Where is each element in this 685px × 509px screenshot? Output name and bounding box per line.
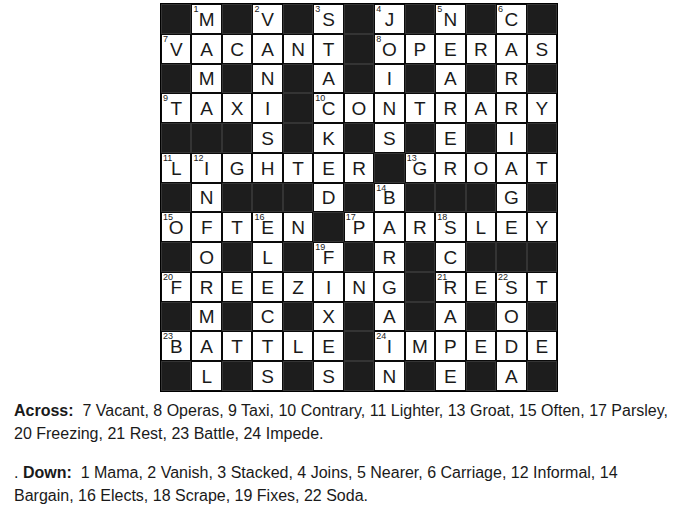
black-cell [405, 4, 435, 34]
black-cell [161, 64, 191, 94]
clue-number: 13 [407, 153, 417, 164]
letter-cell[interactable]: N [252, 64, 282, 94]
letter-cell[interactable]: C [435, 242, 465, 272]
black-cell [222, 64, 252, 94]
letter-cell[interactable]: R [435, 93, 465, 123]
letter-cell[interactable]: 5N [435, 4, 465, 34]
crossword-page: 1M2V3S4J5N6C7VACANT8OPERASMNAIAR9TAXI10C… [0, 0, 685, 509]
letter-cell[interactable]: 1M [191, 4, 221, 34]
black-cell [527, 4, 557, 34]
black-cell [283, 361, 313, 391]
letter-cell[interactable]: A [374, 302, 404, 332]
cell-letter: A [505, 159, 518, 183]
letter-cell[interactable]: X [313, 302, 343, 332]
letter-cell[interactable]: 10C [313, 93, 343, 123]
black-cell [344, 242, 374, 272]
black-cell [222, 4, 252, 34]
black-cell [344, 123, 374, 153]
clue-number: 9 [163, 93, 168, 104]
clue-number: 6 [498, 4, 503, 15]
letter-cell[interactable]: E [313, 331, 343, 361]
letter-cell[interactable]: S [252, 361, 282, 391]
letter-cell[interactable]: R [374, 242, 404, 272]
cell-letter: L [171, 159, 182, 183]
letter-cell[interactable]: A [191, 93, 221, 123]
across-answers-text: 7 Vacant, 8 Operas, 9 Taxi, 10 Contrary,… [14, 402, 668, 442]
cell-letter: N [352, 278, 366, 302]
cell-letter: V [170, 40, 183, 64]
letter-cell[interactable]: T [222, 212, 252, 242]
letter-cell[interactable]: E [527, 331, 557, 361]
cell-letter: S [535, 40, 548, 64]
letter-cell[interactable]: I [374, 64, 404, 94]
cell-letter: O [473, 159, 488, 183]
letter-cell[interactable]: Y [527, 93, 557, 123]
cell-letter: Y [535, 99, 548, 123]
letter-cell[interactable]: H [252, 153, 282, 183]
cell-letter: T [170, 99, 182, 123]
letter-cell[interactable]: A [435, 64, 465, 94]
black-cell [527, 361, 557, 391]
clue-number: 12 [193, 153, 203, 164]
cell-letter: N [383, 367, 397, 391]
letter-cell[interactable]: L [252, 242, 282, 272]
letter-cell[interactable]: T [222, 331, 252, 361]
black-cell [527, 183, 557, 213]
black-cell [344, 4, 374, 34]
letter-cell[interactable]: 18S [435, 212, 465, 242]
cell-letter: A [444, 69, 457, 93]
cell-letter: N [291, 40, 305, 64]
down-answers: . Down: 1 Mama, 2 Vanish, 3 Stacked, 4 J… [14, 461, 669, 507]
cell-letter: M [412, 337, 428, 361]
letter-cell[interactable]: S [252, 123, 282, 153]
cell-letter: E [505, 218, 518, 242]
cell-letter: S [322, 10, 335, 34]
black-cell [222, 123, 252, 153]
letter-cell[interactable]: O [496, 302, 526, 332]
cell-letter: T [231, 337, 243, 361]
cell-letter: E [322, 337, 335, 361]
cell-letter: F [201, 218, 213, 242]
letter-cell[interactable]: M [191, 64, 221, 94]
black-cell [435, 183, 465, 213]
clue-number: 21 [437, 272, 447, 283]
black-cell [405, 183, 435, 213]
black-cell [405, 123, 435, 153]
cell-letter: A [200, 99, 213, 123]
cell-letter: T [231, 218, 243, 242]
cell-letter: A [505, 40, 518, 64]
cell-letter: N [383, 99, 397, 123]
black-cell [344, 34, 374, 64]
letter-cell[interactable]: O [344, 93, 374, 123]
letter-cell[interactable]: 7V [161, 34, 191, 64]
black-cell [283, 123, 313, 153]
letter-cell[interactable]: S [313, 361, 343, 391]
cell-letter: D [504, 337, 518, 361]
letter-cell[interactable]: 3S [313, 4, 343, 34]
letter-cell[interactable]: T [527, 153, 557, 183]
clue-number: 2 [254, 4, 259, 15]
cell-letter: E [322, 159, 335, 183]
letter-cell[interactable]: M [191, 302, 221, 332]
cell-letter: T [414, 99, 426, 123]
black-cell [405, 361, 435, 391]
black-cell [466, 242, 496, 272]
black-cell [374, 153, 404, 183]
cell-letter: I [326, 278, 331, 302]
cell-letter: A [505, 367, 518, 391]
cell-letter: R [504, 69, 518, 93]
black-cell [466, 183, 496, 213]
black-cell [344, 64, 374, 94]
letter-cell[interactable]: N [191, 183, 221, 213]
letter-cell[interactable]: E [435, 34, 465, 64]
letter-cell[interactable]: 16E [252, 212, 282, 242]
cell-letter: A [322, 69, 335, 93]
cell-letter: C [504, 10, 518, 34]
black-cell [344, 361, 374, 391]
cell-letter: O [352, 99, 367, 123]
across-label: Across: [14, 402, 74, 419]
cell-letter: S [383, 129, 396, 153]
letter-cell[interactable]: C [222, 34, 252, 64]
cell-letter: E [444, 129, 457, 153]
cell-letter: D [322, 188, 336, 212]
cell-letter: Y [535, 218, 548, 242]
clue-number: 10 [315, 93, 325, 104]
letter-cell[interactable]: X [222, 93, 252, 123]
down-answers-text: 1 Mama, 2 Vanish, 3 Stacked, 4 Joins, 5 … [14, 464, 618, 504]
cell-letter: E [474, 337, 487, 361]
letter-cell[interactable]: O [466, 153, 496, 183]
letter-cell[interactable]: N [344, 272, 374, 302]
black-cell [222, 361, 252, 391]
letter-cell[interactable]: T [283, 153, 313, 183]
cell-letter: A [383, 218, 396, 242]
black-cell [496, 242, 526, 272]
black-cell [527, 123, 557, 153]
letter-cell[interactable]: I [313, 272, 343, 302]
letter-cell[interactable]: 11L [161, 153, 191, 183]
cell-letter: K [322, 129, 335, 153]
letter-cell[interactable]: A [466, 93, 496, 123]
black-cell [527, 242, 557, 272]
cell-letter: I [204, 159, 209, 183]
clue-number: 5 [437, 4, 442, 15]
letter-cell[interactable]: E [435, 361, 465, 391]
cell-letter: C [261, 307, 275, 331]
black-cell [283, 64, 313, 94]
cell-letter: R [352, 159, 366, 183]
letter-cell[interactable]: L [466, 212, 496, 242]
letter-cell[interactable]: A [191, 331, 221, 361]
cell-letter: L [201, 367, 212, 391]
letter-cell[interactable]: C [252, 302, 282, 332]
cell-letter: N [261, 69, 275, 93]
cell-letter: E [444, 367, 457, 391]
cell-letter: N [444, 10, 458, 34]
cell-letter: A [474, 99, 487, 123]
letter-cell[interactable]: 15O [161, 212, 191, 242]
crossword-board: 1M2V3S4J5N6C7VACANT8OPERASMNAIAR9TAXI10C… [160, 3, 558, 392]
cell-letter: H [261, 159, 275, 183]
black-cell [405, 302, 435, 332]
cell-letter: I [265, 99, 270, 123]
letter-cell[interactable]: S [374, 123, 404, 153]
clue-number: 16 [254, 212, 264, 223]
cell-letter: J [385, 10, 395, 34]
letter-cell[interactable]: N [374, 361, 404, 391]
cell-letter: M [199, 10, 215, 34]
letter-cell[interactable]: T [405, 93, 435, 123]
black-cell [466, 123, 496, 153]
black-cell [222, 242, 252, 272]
cell-letter: R [474, 40, 488, 64]
letter-cell[interactable]: E [222, 272, 252, 302]
letter-cell[interactable]: 13G [405, 153, 435, 183]
cell-letter: R [444, 159, 458, 183]
cell-letter: E [231, 278, 244, 302]
letter-cell[interactable]: N [283, 212, 313, 242]
letter-cell[interactable]: T [252, 331, 282, 361]
letter-cell[interactable]: A [313, 64, 343, 94]
letter-cell[interactable]: A [496, 34, 526, 64]
cell-letter: A [444, 307, 457, 331]
cell-letter: R [200, 278, 214, 302]
cell-letter: A [200, 40, 213, 64]
letter-cell[interactable]: E [466, 272, 496, 302]
letter-cell[interactable]: N [283, 34, 313, 64]
black-cell [405, 272, 435, 302]
letter-cell[interactable]: 24I [374, 331, 404, 361]
cell-letter: V [261, 10, 274, 34]
clue-number: 23 [163, 331, 173, 342]
cell-letter: A [261, 40, 274, 64]
cell-letter: O [199, 248, 214, 272]
letter-cell[interactable]: 6C [496, 4, 526, 34]
cell-letter: R [504, 99, 518, 123]
letter-cell[interactable]: T [313, 34, 343, 64]
cell-letter: R [383, 248, 397, 272]
letter-cell[interactable]: G [374, 272, 404, 302]
cell-letter: Z [292, 278, 304, 302]
letter-cell[interactable]: A [191, 34, 221, 64]
black-cell [161, 361, 191, 391]
black-cell [466, 361, 496, 391]
clue-answers-section: Across: 7 Vacant, 8 Operas, 9 Taxi, 10 C… [14, 399, 669, 507]
cell-letter: S [261, 367, 274, 391]
clue-number: 7 [163, 34, 168, 45]
black-cell [283, 302, 313, 332]
letter-cell[interactable]: R [405, 212, 435, 242]
across-answers: Across: 7 Vacant, 8 Operas, 9 Taxi, 10 C… [14, 399, 669, 445]
letter-cell[interactable]: O [191, 242, 221, 272]
cell-letter: L [293, 337, 304, 361]
black-cell [466, 64, 496, 94]
cell-letter: S [261, 129, 274, 153]
cell-letter: X [231, 99, 244, 123]
cell-letter: A [383, 307, 396, 331]
letter-cell[interactable]: 8O [374, 34, 404, 64]
letter-cell[interactable]: T [527, 272, 557, 302]
cell-letter: L [476, 218, 487, 242]
clue-number: 1 [193, 4, 198, 15]
black-cell [405, 64, 435, 94]
cell-letter: S [322, 367, 335, 391]
clue-number: 17 [346, 212, 356, 223]
letter-cell[interactable]: I [496, 123, 526, 153]
letter-cell[interactable]: M [405, 331, 435, 361]
clue-number: 18 [437, 212, 447, 223]
cell-letter: G [382, 278, 397, 302]
black-cell [161, 4, 191, 34]
letter-cell[interactable]: I [252, 93, 282, 123]
cell-letter: O [504, 307, 519, 331]
letter-cell[interactable]: S [527, 34, 557, 64]
black-cell [527, 64, 557, 94]
letter-cell[interactable]: 14B [374, 183, 404, 213]
cell-letter: I [509, 129, 514, 153]
cell-letter: O [382, 40, 397, 64]
clue-number: 19 [315, 242, 325, 253]
cell-letter: T [323, 40, 335, 64]
clue-number: 11 [163, 153, 172, 164]
cell-letter: R [444, 99, 458, 123]
cell-letter: L [262, 248, 273, 272]
letter-cell[interactable]: E [313, 153, 343, 183]
clue-number: 3 [315, 4, 320, 15]
cell-letter: E [444, 40, 457, 64]
cell-letter: R [413, 218, 427, 242]
black-cell [527, 302, 557, 332]
black-cell [252, 183, 282, 213]
clue-number: 22 [498, 272, 508, 283]
letter-cell[interactable]: E [466, 331, 496, 361]
cell-letter: C [230, 40, 244, 64]
black-cell [344, 183, 374, 213]
clue-number: 4 [376, 4, 381, 15]
letter-cell[interactable]: E [496, 212, 526, 242]
black-cell [191, 123, 221, 153]
black-cell [161, 123, 191, 153]
clue-number: 24 [376, 331, 386, 342]
black-cell [161, 242, 191, 272]
black-cell [161, 183, 191, 213]
letter-cell[interactable]: D [496, 331, 526, 361]
letter-cell[interactable]: A [435, 302, 465, 332]
cell-letter: P [414, 40, 427, 64]
letter-cell[interactable]: L [191, 361, 221, 391]
letter-cell[interactable]: 2V [252, 4, 282, 34]
cell-letter: T [536, 159, 548, 183]
cell-letter: E [474, 278, 487, 302]
letter-cell[interactable]: K [313, 123, 343, 153]
cell-letter: T [292, 159, 304, 183]
cell-letter: P [444, 337, 457, 361]
cell-letter: I [387, 69, 392, 93]
cell-letter: C [444, 248, 458, 272]
letter-cell[interactable]: G [496, 183, 526, 213]
letter-cell[interactable]: E [252, 272, 282, 302]
letter-cell[interactable]: A [252, 34, 282, 64]
black-cell [283, 4, 313, 34]
black-cell [283, 183, 313, 213]
letter-cell[interactable]: N [374, 93, 404, 123]
letter-cell[interactable]: R [496, 93, 526, 123]
letter-cell[interactable]: R [496, 64, 526, 94]
letter-cell[interactable]: A [496, 361, 526, 391]
letter-cell[interactable]: R [435, 153, 465, 183]
letter-cell[interactable]: R [466, 34, 496, 64]
letter-cell[interactable]: D [313, 183, 343, 213]
black-cell [466, 302, 496, 332]
letter-cell[interactable]: Y [527, 212, 557, 242]
letter-cell[interactable]: 17P [344, 212, 374, 242]
letter-cell[interactable]: 12I [191, 153, 221, 183]
cell-letter: G [230, 159, 245, 183]
cell-letter: T [262, 337, 274, 361]
cell-letter: M [199, 307, 215, 331]
cell-letter: E [261, 278, 274, 302]
letter-cell[interactable]: 9T [161, 93, 191, 123]
down-prefix: . [14, 464, 23, 481]
cell-letter: M [199, 69, 215, 93]
cell-letter: E [535, 337, 548, 361]
cell-letter: G [504, 188, 519, 212]
clue-number: 15 [163, 212, 173, 223]
black-cell [222, 302, 252, 332]
letter-cell[interactable]: G [222, 153, 252, 183]
black-cell [222, 183, 252, 213]
black-cell [344, 331, 374, 361]
letter-cell[interactable]: 22S [496, 272, 526, 302]
letter-cell[interactable]: A [496, 153, 526, 183]
letter-cell[interactable]: P [435, 331, 465, 361]
down-label: Down: [23, 464, 72, 481]
letter-cell[interactable]: Z [283, 272, 313, 302]
cell-letter: I [387, 337, 392, 361]
letter-cell[interactable]: F [191, 212, 221, 242]
cell-letter: T [536, 278, 548, 302]
cell-letter: A [200, 337, 213, 361]
letter-cell[interactable]: R [344, 153, 374, 183]
letter-cell[interactable]: 4J [374, 4, 404, 34]
clue-number: 14 [376, 183, 386, 194]
letter-cell[interactable]: E [435, 123, 465, 153]
black-cell [466, 4, 496, 34]
letter-cell[interactable]: P [405, 34, 435, 64]
cell-letter: N [291, 218, 305, 242]
clue-number: 8 [376, 34, 381, 45]
letter-cell[interactable]: A [374, 212, 404, 242]
letter-cell[interactable]: 21R [435, 272, 465, 302]
black-cell [313, 212, 343, 242]
black-cell [283, 93, 313, 123]
letter-cell[interactable]: 23B [161, 331, 191, 361]
letter-cell[interactable]: L [283, 331, 313, 361]
cell-letter: X [322, 307, 335, 331]
black-cell [344, 302, 374, 332]
letter-cell[interactable]: R [191, 272, 221, 302]
cell-letter: N [200, 188, 214, 212]
letter-cell[interactable]: 19F [313, 242, 343, 272]
black-cell [283, 242, 313, 272]
clue-number: 20 [163, 272, 173, 283]
letter-cell[interactable]: 20F [161, 272, 191, 302]
black-cell [161, 302, 191, 332]
